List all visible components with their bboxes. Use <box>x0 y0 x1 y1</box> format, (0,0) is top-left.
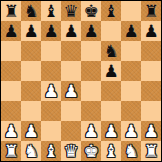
square-d7[interactable]: ♟ <box>61 21 81 41</box>
piece-black-rook: ♜ <box>3 1 18 21</box>
piece-black-pawn: ♟ <box>43 21 58 41</box>
square-h8[interactable]: ♜ <box>141 1 161 21</box>
square-f1[interactable]: ♝ <box>101 141 121 161</box>
square-b8[interactable]: ♞ <box>21 1 41 21</box>
piece-black-bishop: ♝ <box>103 1 118 21</box>
square-d3[interactable] <box>61 101 81 121</box>
piece-black-bishop: ♝ <box>43 1 58 21</box>
square-b7[interactable]: ♟ <box>21 21 41 41</box>
piece-white-rook: ♜ <box>3 141 18 161</box>
piece-white-bishop: ♝ <box>43 141 58 161</box>
square-e5[interactable] <box>81 61 101 81</box>
square-b4[interactable] <box>21 81 41 101</box>
square-a3[interactable] <box>1 101 21 121</box>
square-g7[interactable]: ♟ <box>121 21 141 41</box>
piece-black-queen: ♛ <box>63 1 78 21</box>
square-b1[interactable]: ♞ <box>21 141 41 161</box>
square-h6[interactable] <box>141 41 161 61</box>
square-f7[interactable] <box>101 21 121 41</box>
piece-white-queen: ♛ <box>63 141 78 161</box>
piece-white-pawn: ♟ <box>83 121 98 141</box>
chess-board: ♜♞♝♛♚♝♜♟♟♟♟♟♟♟♞♟♟♟♟♟♟♟♟♟♜♞♝♛♚♝♞♜ <box>1 1 161 161</box>
piece-white-pawn: ♟ <box>103 121 118 141</box>
square-b3[interactable] <box>21 101 41 121</box>
square-g8[interactable] <box>121 1 141 21</box>
square-d4[interactable]: ♟ <box>61 81 81 101</box>
square-c3[interactable] <box>41 101 61 121</box>
square-c8[interactable]: ♝ <box>41 1 61 21</box>
square-c7[interactable]: ♟ <box>41 21 61 41</box>
square-g4[interactable] <box>121 81 141 101</box>
square-c1[interactable]: ♝ <box>41 141 61 161</box>
square-a7[interactable]: ♟ <box>1 21 21 41</box>
square-f5[interactable]: ♟ <box>101 61 121 81</box>
square-h5[interactable] <box>141 61 161 81</box>
square-f2[interactable]: ♟ <box>101 121 121 141</box>
square-g1[interactable]: ♞ <box>121 141 141 161</box>
square-e7[interactable]: ♟ <box>81 21 101 41</box>
chess-board-frame: ♜♞♝♛♚♝♜♟♟♟♟♟♟♟♞♟♟♟♟♟♟♟♟♟♜♞♝♛♚♝♞♜ <box>0 0 162 162</box>
square-f4[interactable] <box>101 81 121 101</box>
square-c6[interactable] <box>41 41 61 61</box>
square-a4[interactable] <box>1 81 21 101</box>
square-c2[interactable] <box>41 121 61 141</box>
square-f8[interactable]: ♝ <box>101 1 121 21</box>
square-g5[interactable] <box>121 61 141 81</box>
square-d8[interactable]: ♛ <box>61 1 81 21</box>
piece-black-knight: ♞ <box>23 1 38 21</box>
square-e8[interactable]: ♚ <box>81 1 101 21</box>
square-c5[interactable] <box>41 61 61 81</box>
square-h3[interactable] <box>141 101 161 121</box>
square-g3[interactable] <box>121 101 141 121</box>
piece-white-pawn: ♟ <box>23 121 38 141</box>
square-f6[interactable]: ♞ <box>101 41 121 61</box>
piece-black-pawn: ♟ <box>3 21 18 41</box>
piece-white-pawn: ♟ <box>43 81 58 101</box>
square-g2[interactable]: ♟ <box>121 121 141 141</box>
piece-black-pawn: ♟ <box>103 61 118 81</box>
piece-white-king: ♚ <box>83 141 98 161</box>
square-d2[interactable] <box>61 121 81 141</box>
square-d5[interactable] <box>61 61 81 81</box>
square-a1[interactable]: ♜ <box>1 141 21 161</box>
square-b5[interactable] <box>21 61 41 81</box>
piece-white-pawn: ♟ <box>123 121 138 141</box>
square-a5[interactable] <box>1 61 21 81</box>
piece-white-pawn: ♟ <box>143 121 158 141</box>
piece-white-rook: ♜ <box>143 141 158 161</box>
piece-black-pawn: ♟ <box>123 21 138 41</box>
piece-black-pawn: ♟ <box>143 21 158 41</box>
piece-white-pawn: ♟ <box>3 121 18 141</box>
square-c4[interactable]: ♟ <box>41 81 61 101</box>
square-a2[interactable]: ♟ <box>1 121 21 141</box>
square-e3[interactable] <box>81 101 101 121</box>
piece-black-knight: ♞ <box>103 41 118 61</box>
piece-white-knight: ♞ <box>23 141 38 161</box>
piece-black-king: ♚ <box>83 1 98 21</box>
square-h1[interactable]: ♜ <box>141 141 161 161</box>
piece-black-pawn: ♟ <box>63 21 78 41</box>
square-b2[interactable]: ♟ <box>21 121 41 141</box>
square-d6[interactable] <box>61 41 81 61</box>
square-e4[interactable] <box>81 81 101 101</box>
square-b6[interactable] <box>21 41 41 61</box>
piece-white-bishop: ♝ <box>103 141 118 161</box>
piece-black-pawn: ♟ <box>23 21 38 41</box>
square-h7[interactable]: ♟ <box>141 21 161 41</box>
square-a6[interactable] <box>1 41 21 61</box>
square-h2[interactable]: ♟ <box>141 121 161 141</box>
square-e1[interactable]: ♚ <box>81 141 101 161</box>
square-d1[interactable]: ♛ <box>61 141 81 161</box>
square-e6[interactable] <box>81 41 101 61</box>
piece-black-rook: ♜ <box>143 1 158 21</box>
piece-black-pawn: ♟ <box>83 21 98 41</box>
square-g6[interactable] <box>121 41 141 61</box>
piece-white-pawn: ♟ <box>63 81 78 101</box>
square-a8[interactable]: ♜ <box>1 1 21 21</box>
square-f3[interactable] <box>101 101 121 121</box>
square-e2[interactable]: ♟ <box>81 121 101 141</box>
square-h4[interactable] <box>141 81 161 101</box>
piece-white-knight: ♞ <box>123 141 138 161</box>
